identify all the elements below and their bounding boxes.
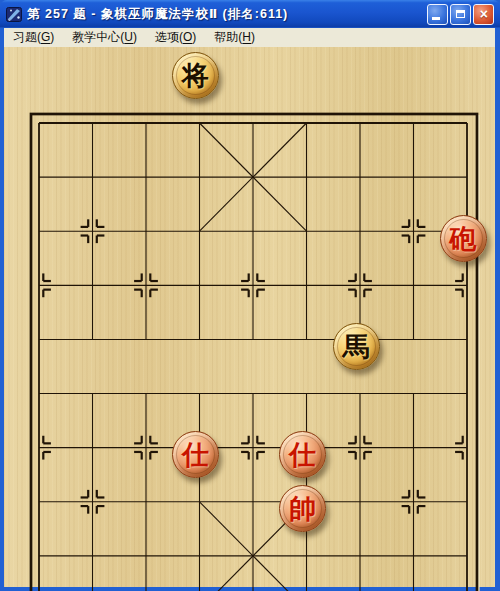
- piece-black-general[interactable]: 将: [172, 52, 219, 99]
- piece-black-horse[interactable]: 馬: [333, 323, 380, 370]
- piece-character: 仕: [182, 441, 209, 468]
- window-controls: ×: [427, 4, 494, 25]
- close-icon: ×: [479, 7, 487, 21]
- app-icon: [6, 6, 23, 23]
- maximize-icon: [456, 10, 465, 18]
- minimize-button[interactable]: [427, 4, 448, 25]
- menu-item-help[interactable]: 帮助(H): [205, 28, 264, 47]
- piece-character: 砲: [450, 225, 477, 252]
- piece-character: 帥: [289, 495, 316, 522]
- maximize-button[interactable]: [450, 4, 471, 25]
- piece-red-advisor[interactable]: 仕: [172, 431, 219, 478]
- piece-red-advisor[interactable]: 仕: [279, 431, 326, 478]
- piece-red-general[interactable]: 帥: [279, 485, 326, 532]
- close-button[interactable]: ×: [473, 4, 494, 25]
- menu-item-exercises[interactable]: 习题(G): [4, 28, 63, 47]
- piece-layer: 将砲馬仕仕帥: [8, 49, 490, 590]
- piece-character: 将: [182, 62, 209, 89]
- app-window: 第 257 题 - 象棋巫师魔法学校Ⅱ (排名:611) × 习题(G)教学中心…: [0, 0, 500, 591]
- piece-red-cannon[interactable]: 砲: [440, 215, 487, 262]
- title-bar[interactable]: 第 257 题 - 象棋巫师魔法学校Ⅱ (排名:611) ×: [0, 0, 500, 28]
- menu-item-teaching-center[interactable]: 教学中心(U): [63, 28, 146, 47]
- piece-character: 馬: [343, 333, 370, 360]
- minimize-icon: [432, 17, 440, 20]
- window-title: 第 257 题 - 象棋巫师魔法学校Ⅱ (排名:611): [27, 6, 427, 23]
- piece-character: 仕: [289, 441, 316, 468]
- menu-bar: 习题(G)教学中心(U)选项(O)帮助(H): [4, 28, 495, 48]
- menu-item-options[interactable]: 选项(O): [146, 28, 205, 47]
